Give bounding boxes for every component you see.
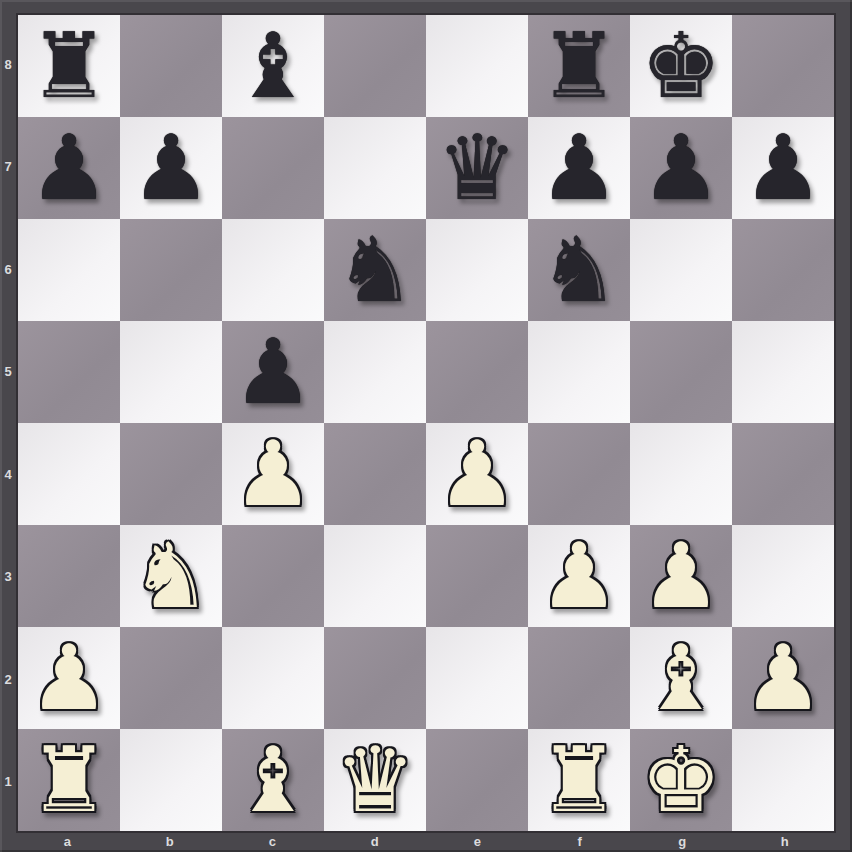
square-b6[interactable] — [120, 219, 222, 321]
square-g4[interactable] — [630, 423, 732, 525]
piece-white-pawn[interactable]: ♟ — [743, 633, 824, 723]
square-h7[interactable]: ♟ — [732, 117, 834, 219]
rank-label-6: 6 — [0, 218, 16, 321]
square-d1[interactable]: ♛ — [324, 729, 426, 831]
square-h1[interactable] — [732, 729, 834, 831]
square-c4[interactable]: ♟ — [222, 423, 324, 525]
square-a4[interactable] — [18, 423, 120, 525]
square-g8[interactable]: ♚ — [630, 15, 732, 117]
square-a5[interactable] — [18, 321, 120, 423]
piece-white-rook[interactable]: ♜ — [29, 735, 110, 825]
piece-white-pawn[interactable]: ♟ — [233, 429, 314, 519]
piece-black-queen[interactable]: ♛ — [437, 123, 518, 213]
piece-white-rook[interactable]: ♜ — [539, 735, 620, 825]
square-b2[interactable] — [120, 627, 222, 729]
square-b4[interactable] — [120, 423, 222, 525]
piece-white-pawn[interactable]: ♟ — [29, 633, 110, 723]
square-a7[interactable]: ♟ — [18, 117, 120, 219]
piece-black-knight[interactable]: ♞ — [335, 225, 416, 315]
square-g1[interactable]: ♚ — [630, 729, 732, 831]
square-f1[interactable]: ♜ — [528, 729, 630, 831]
square-g3[interactable]: ♟ — [630, 525, 732, 627]
square-c5[interactable]: ♟ — [222, 321, 324, 423]
piece-white-bishop[interactable]: ♝ — [641, 633, 722, 723]
rank-label-1: 1 — [0, 731, 16, 834]
piece-black-pawn[interactable]: ♟ — [641, 123, 722, 213]
piece-black-pawn[interactable]: ♟ — [131, 123, 212, 213]
square-a1[interactable]: ♜ — [18, 729, 120, 831]
piece-white-pawn[interactable]: ♟ — [437, 429, 518, 519]
square-c7[interactable] — [222, 117, 324, 219]
rank-label-8: 8 — [0, 13, 16, 116]
square-f5[interactable] — [528, 321, 630, 423]
piece-black-knight[interactable]: ♞ — [539, 225, 620, 315]
square-h8[interactable] — [732, 15, 834, 117]
piece-black-pawn[interactable]: ♟ — [233, 327, 314, 417]
square-c3[interactable] — [222, 525, 324, 627]
chess-board: ♜♝♜♚♟♟♛♟♟♟♞♞♟♟♟♞♟♟♟♝♟♜♝♛♜♚ — [16, 13, 836, 833]
square-a3[interactable] — [18, 525, 120, 627]
square-c2[interactable] — [222, 627, 324, 729]
square-e8[interactable] — [426, 15, 528, 117]
square-d2[interactable] — [324, 627, 426, 729]
file-label-c: c — [221, 833, 324, 852]
square-a2[interactable]: ♟ — [18, 627, 120, 729]
square-b1[interactable] — [120, 729, 222, 831]
square-d3[interactable] — [324, 525, 426, 627]
file-labels: abcdefgh — [16, 833, 836, 852]
square-g2[interactable]: ♝ — [630, 627, 732, 729]
square-g5[interactable] — [630, 321, 732, 423]
square-b8[interactable] — [120, 15, 222, 117]
file-label-h: h — [734, 833, 837, 852]
square-d4[interactable] — [324, 423, 426, 525]
square-e3[interactable] — [426, 525, 528, 627]
square-h2[interactable]: ♟ — [732, 627, 834, 729]
file-label-f: f — [529, 833, 632, 852]
square-f4[interactable] — [528, 423, 630, 525]
file-label-g: g — [631, 833, 734, 852]
square-d7[interactable] — [324, 117, 426, 219]
piece-black-pawn[interactable]: ♟ — [743, 123, 824, 213]
piece-white-queen[interactable]: ♛ — [335, 735, 416, 825]
file-label-e: e — [426, 833, 529, 852]
square-e6[interactable] — [426, 219, 528, 321]
square-d5[interactable] — [324, 321, 426, 423]
chess-board-frame: 87654321 ♜♝♜♚♟♟♛♟♟♟♞♞♟♟♟♞♟♟♟♝♟♜♝♛♜♚ abcd… — [0, 0, 852, 852]
square-c6[interactable] — [222, 219, 324, 321]
square-b5[interactable] — [120, 321, 222, 423]
rank-labels: 87654321 — [0, 13, 16, 833]
square-h3[interactable] — [732, 525, 834, 627]
piece-white-bishop[interactable]: ♝ — [233, 735, 314, 825]
file-label-a: a — [16, 833, 119, 852]
square-h4[interactable] — [732, 423, 834, 525]
square-g7[interactable]: ♟ — [630, 117, 732, 219]
piece-black-bishop[interactable]: ♝ — [233, 21, 314, 111]
rank-label-2: 2 — [0, 628, 16, 731]
square-f8[interactable]: ♜ — [528, 15, 630, 117]
file-label-b: b — [119, 833, 222, 852]
piece-white-knight[interactable]: ♞ — [131, 531, 212, 621]
square-g6[interactable] — [630, 219, 732, 321]
piece-white-pawn[interactable]: ♟ — [641, 531, 722, 621]
square-b3[interactable]: ♞ — [120, 525, 222, 627]
piece-white-pawn[interactable]: ♟ — [539, 531, 620, 621]
square-e7[interactable]: ♛ — [426, 117, 528, 219]
piece-black-rook[interactable]: ♜ — [539, 21, 620, 111]
square-e4[interactable]: ♟ — [426, 423, 528, 525]
rank-label-5: 5 — [0, 321, 16, 424]
square-f2[interactable] — [528, 627, 630, 729]
piece-white-king[interactable]: ♚ — [641, 735, 722, 825]
rank-label-3: 3 — [0, 526, 16, 629]
square-c8[interactable]: ♝ — [222, 15, 324, 117]
piece-black-king[interactable]: ♚ — [641, 21, 722, 111]
square-h6[interactable] — [732, 219, 834, 321]
square-e2[interactable] — [426, 627, 528, 729]
square-h5[interactable] — [732, 321, 834, 423]
file-label-d: d — [324, 833, 427, 852]
square-d6[interactable]: ♞ — [324, 219, 426, 321]
square-a6[interactable] — [18, 219, 120, 321]
square-f7[interactable]: ♟ — [528, 117, 630, 219]
square-c1[interactable]: ♝ — [222, 729, 324, 831]
piece-black-pawn[interactable]: ♟ — [29, 123, 110, 213]
square-e5[interactable] — [426, 321, 528, 423]
rank-label-7: 7 — [0, 116, 16, 219]
piece-black-pawn[interactable]: ♟ — [539, 123, 620, 213]
square-d8[interactable] — [324, 15, 426, 117]
square-e1[interactable] — [426, 729, 528, 831]
piece-black-rook[interactable]: ♜ — [29, 21, 110, 111]
square-a8[interactable]: ♜ — [18, 15, 120, 117]
square-f3[interactable]: ♟ — [528, 525, 630, 627]
square-f6[interactable]: ♞ — [528, 219, 630, 321]
rank-label-4: 4 — [0, 423, 16, 526]
square-b7[interactable]: ♟ — [120, 117, 222, 219]
